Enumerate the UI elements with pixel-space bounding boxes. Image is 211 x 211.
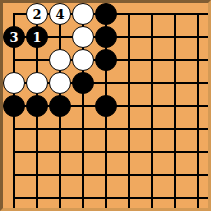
intersection [187,3,210,26]
white-stone [72,49,94,71]
intersection [49,26,72,49]
intersection [164,3,187,26]
intersection [187,118,210,141]
black-stone [72,72,94,94]
intersection [72,187,95,210]
intersection [118,164,141,187]
intersection [141,3,164,26]
intersection [26,187,49,210]
intersection [49,49,72,72]
intersection [26,72,49,95]
intersection [164,164,187,187]
white-stone [3,72,25,94]
intersection [26,49,49,72]
intersection [164,72,187,95]
intersection [118,3,141,26]
intersection [164,49,187,72]
intersection [3,164,26,187]
intersection [118,118,141,141]
black-stone [95,26,117,48]
intersection [187,49,210,72]
intersection [26,95,49,118]
intersection [187,95,210,118]
intersection [72,3,95,26]
intersection [118,72,141,95]
intersection [3,72,26,95]
intersection [118,49,141,72]
intersection [3,118,26,141]
intersection [72,95,95,118]
board-grid: 2431 [3,3,210,210]
intersection [187,141,210,164]
black-stone [26,95,48,117]
intersection [141,141,164,164]
intersection [141,187,164,210]
intersection [141,118,164,141]
black-stone [49,95,71,117]
intersection: 1 [26,26,49,49]
intersection [49,118,72,141]
intersection [187,26,210,49]
intersection [49,187,72,210]
intersection [72,141,95,164]
intersection [164,26,187,49]
white-stone [49,49,71,71]
intersection [95,118,118,141]
intersection [141,95,164,118]
white-stone [72,3,94,25]
intersection [3,187,26,210]
intersection [95,49,118,72]
intersection [164,187,187,210]
intersection [3,141,26,164]
white-stone [49,72,71,94]
black-stone [95,3,117,25]
intersection [95,95,118,118]
intersection [95,26,118,49]
intersection [26,164,49,187]
intersection [118,141,141,164]
black-stone: 3 [3,26,25,48]
move-number: 1 [32,31,41,44]
intersection [72,118,95,141]
move-number: 4 [55,8,64,21]
intersection [141,72,164,95]
intersection [49,72,72,95]
intersection [49,95,72,118]
intersection [72,72,95,95]
intersection [95,141,118,164]
intersection [141,164,164,187]
intersection [118,26,141,49]
intersection [49,164,72,187]
intersection [187,164,210,187]
intersection: 3 [3,26,26,49]
intersection [26,141,49,164]
intersection [72,26,95,49]
white-stone: 2 [26,3,48,25]
intersection [26,118,49,141]
intersection [3,3,26,26]
intersection [164,95,187,118]
black-stone: 1 [26,26,48,48]
white-stone [72,26,94,48]
white-stone [26,72,48,94]
black-stone [3,95,25,117]
intersection: 2 [26,3,49,26]
black-stone [95,49,117,71]
intersection [95,164,118,187]
move-number: 2 [32,8,41,21]
go-board-diagram: 2431 [0,0,211,211]
intersection [3,95,26,118]
intersection [95,72,118,95]
move-number: 3 [9,31,18,44]
intersection [95,3,118,26]
intersection [95,187,118,210]
intersection [164,141,187,164]
intersection [118,95,141,118]
white-stone: 4 [49,3,71,25]
intersection [72,49,95,72]
intersection [3,49,26,72]
intersection [164,118,187,141]
intersection [141,26,164,49]
intersection [187,187,210,210]
intersection [187,72,210,95]
intersection [72,164,95,187]
intersection [141,49,164,72]
intersection [49,141,72,164]
black-stone [95,95,117,117]
intersection: 4 [49,3,72,26]
intersection [118,187,141,210]
